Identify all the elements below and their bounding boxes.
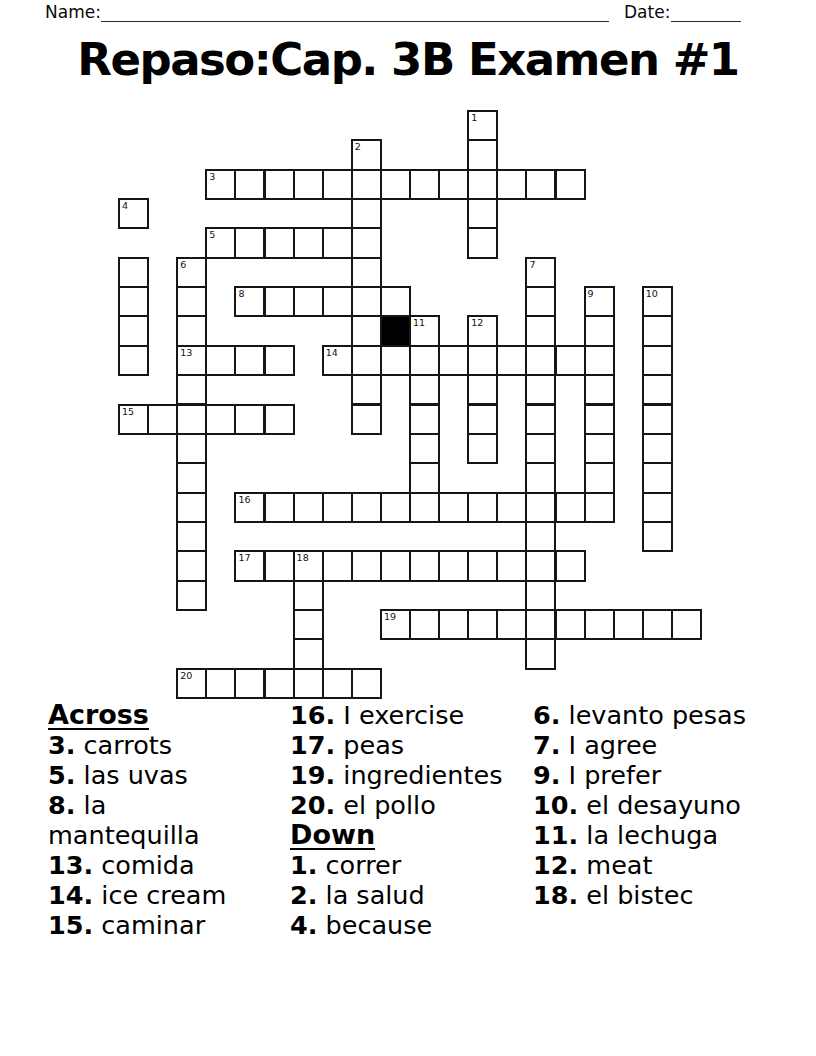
date-label: Date: — [624, 2, 670, 22]
grid-cell — [409, 404, 440, 435]
grid-cell — [322, 286, 353, 317]
grid-cell — [176, 550, 207, 581]
grid-cell — [205, 345, 236, 376]
cell-number: 12 — [471, 317, 483, 328]
grid-cell — [380, 345, 411, 376]
clue-item: 20. el pollo — [290, 790, 527, 820]
grid-cell — [409, 550, 440, 581]
grid-cell: 19 — [380, 609, 411, 640]
grid-cell — [467, 433, 498, 464]
clue-item: 13. comida — [48, 850, 240, 880]
grid-cell: 1 — [467, 110, 498, 141]
grid-cell — [642, 609, 673, 640]
grid-cell — [671, 609, 702, 640]
clue-item: 16. I exercise — [290, 700, 527, 730]
grid-cell — [409, 345, 440, 376]
grid-cell — [584, 492, 615, 523]
grid-cell — [293, 580, 324, 611]
grid-cell — [351, 374, 382, 405]
grid-cell — [525, 169, 556, 200]
grid-cell — [264, 404, 295, 435]
grid-cell — [409, 492, 440, 523]
grid-cell — [176, 492, 207, 523]
grid-cell — [351, 227, 382, 258]
cell-number: 8 — [238, 288, 244, 299]
worksheet-page: { "header": { "name_label": "Name:", "da… — [0, 0, 816, 1056]
grid-cell — [351, 404, 382, 435]
cell-number: 3 — [209, 171, 215, 182]
cell-number: 11 — [413, 317, 425, 328]
cell-number: 14 — [326, 347, 338, 358]
grid-cell — [525, 345, 556, 376]
grid-cell: 6 — [176, 257, 207, 288]
grid-cell: 8 — [234, 286, 265, 317]
cell-number: 7 — [529, 259, 535, 270]
clue-item: 7. I agree — [533, 730, 791, 760]
grid-cell — [642, 345, 673, 376]
grid-cell — [118, 345, 149, 376]
grid-cell — [234, 668, 265, 699]
grid-cell — [293, 169, 324, 200]
grid-cell — [642, 374, 673, 405]
grid-cell — [467, 139, 498, 170]
grid-cell: 15 — [118, 404, 149, 435]
clue-item: 12. meat — [533, 850, 791, 880]
grid-cell — [351, 668, 382, 699]
grid-cell — [555, 169, 586, 200]
grid-cell — [584, 433, 615, 464]
grid-cell — [525, 638, 556, 669]
cell-number: 15 — [122, 406, 134, 417]
grid-cell — [496, 550, 527, 581]
grid-cell: 7 — [525, 257, 556, 288]
grid-cell: 10 — [642, 286, 673, 317]
grid-cell — [176, 433, 207, 464]
name-label: Name: — [45, 2, 101, 22]
crossword-grid: 1234567891011121314151617181920 — [118, 110, 704, 701]
across-heading: Across — [48, 700, 240, 730]
grid-cell — [351, 198, 382, 229]
down-heading: Down — [290, 820, 527, 850]
grid-cell — [322, 550, 353, 581]
grid-cell — [438, 345, 469, 376]
grid-cell — [409, 609, 440, 640]
grid-cell — [205, 668, 236, 699]
grid-cell — [555, 609, 586, 640]
grid-cell — [351, 257, 382, 288]
grid-cell — [409, 374, 440, 405]
grid-cell — [351, 315, 382, 346]
cell-number: 13 — [180, 347, 192, 358]
grid-cell — [525, 404, 556, 435]
grid-cell — [293, 638, 324, 669]
grid-cell: 9 — [584, 286, 615, 317]
grid-cell — [584, 609, 615, 640]
grid-cell — [293, 668, 324, 699]
clue-item: 1. correr — [290, 850, 527, 880]
grid-cell — [234, 227, 265, 258]
clue-column-1: Across3. carrots5. las uvas8. la mantequ… — [48, 700, 240, 940]
grid-cell — [176, 580, 207, 611]
grid-cell: 11 — [409, 315, 440, 346]
grid-cell — [584, 345, 615, 376]
grid-cell — [467, 374, 498, 405]
cell-number: 2 — [355, 141, 361, 152]
grid-cell — [264, 345, 295, 376]
clue-item: 6. levanto pesas — [533, 700, 791, 730]
grid-cell — [467, 404, 498, 435]
grid-cell — [555, 550, 586, 581]
grid-cell — [322, 668, 353, 699]
grid-cell — [322, 169, 353, 200]
grid-cell — [525, 550, 556, 581]
grid-cell — [438, 169, 469, 200]
grid-cell — [467, 169, 498, 200]
grid-cell — [118, 286, 149, 317]
grid-cell — [118, 257, 149, 288]
cell-number: 16 — [238, 494, 250, 505]
grid-cell — [380, 550, 411, 581]
grid-cell — [176, 315, 207, 346]
grid-cell — [642, 492, 673, 523]
grid-cell — [555, 345, 586, 376]
grid-cell — [584, 374, 615, 405]
cell-number: 18 — [297, 552, 309, 563]
grid-cell — [438, 609, 469, 640]
grid-cell — [293, 286, 324, 317]
grid-cell — [584, 462, 615, 493]
grid-cell — [351, 550, 382, 581]
grid-cell — [525, 374, 556, 405]
clue-column-2: 16. I exercise17. peas19. ingredientes20… — [290, 700, 527, 940]
grid-cell — [409, 169, 440, 200]
grid-cell — [380, 286, 411, 317]
grid-cell — [467, 550, 498, 581]
clue-column-3: 6. levanto pesas7. I agree9. I prefer10.… — [533, 700, 791, 910]
clue-item: 14. ice cream — [48, 880, 240, 910]
grid-cell — [525, 580, 556, 611]
grid-cell: 20 — [176, 668, 207, 699]
grid-cell — [264, 286, 295, 317]
grid-cell — [525, 315, 556, 346]
grid-cell — [380, 169, 411, 200]
cell-number: 10 — [646, 288, 658, 299]
grid-cell: 16 — [234, 492, 265, 523]
grid-cell — [380, 492, 411, 523]
cell-number: 17 — [238, 552, 250, 563]
grid-cell — [525, 433, 556, 464]
grid-cell — [438, 492, 469, 523]
grid-cell — [176, 462, 207, 493]
grid-cell — [496, 492, 527, 523]
grid-cell — [525, 521, 556, 552]
grid-cell — [584, 315, 615, 346]
grid-cell: 12 — [467, 315, 498, 346]
grid-cell — [176, 521, 207, 552]
grid-cell — [467, 227, 498, 258]
grid-cell — [467, 198, 498, 229]
grid-cell — [147, 404, 178, 435]
clue-item: 2. la salud — [290, 880, 527, 910]
grid-cell: 17 — [234, 550, 265, 581]
grid-cell: 5 — [205, 227, 236, 258]
grid-cell — [176, 404, 207, 435]
grid-cell — [234, 404, 265, 435]
grid-cell — [409, 433, 440, 464]
cell-number: 1 — [471, 112, 477, 123]
grid-cell — [642, 315, 673, 346]
grid-cell — [438, 550, 469, 581]
grid-cell — [264, 227, 295, 258]
grid-cell: 14 — [322, 345, 353, 376]
grid-cell — [525, 492, 556, 523]
grid-cell — [642, 521, 673, 552]
grid-cell — [525, 286, 556, 317]
clue-item: 5. las uvas — [48, 760, 240, 790]
grid-cell: 13 — [176, 345, 207, 376]
clue-item: 9. I prefer — [533, 760, 791, 790]
clue-item: 3. carrots — [48, 730, 240, 760]
grid-cell — [351, 286, 382, 317]
grid-cell — [496, 345, 527, 376]
grid-cell — [555, 492, 586, 523]
grid-cell: 4 — [118, 198, 149, 229]
cell-number: 20 — [180, 670, 192, 681]
grid-cell — [293, 492, 324, 523]
grid-cell — [205, 404, 236, 435]
grid-cell — [409, 462, 440, 493]
grid-cell — [322, 492, 353, 523]
grid-cell: 2 — [351, 139, 382, 170]
grid-cell — [264, 492, 295, 523]
grid-cell — [525, 462, 556, 493]
grid-cell — [467, 609, 498, 640]
grid-cell — [351, 345, 382, 376]
grid-cell: 3 — [205, 169, 236, 200]
grid-cell — [642, 404, 673, 435]
clue-item: 4. because — [290, 910, 527, 940]
grid-cell — [642, 462, 673, 493]
clue-item: 15. caminar — [48, 910, 240, 940]
grid-cell — [613, 609, 644, 640]
grid-cell — [293, 227, 324, 258]
grid-cell — [351, 492, 382, 523]
cell-number: 4 — [122, 200, 128, 211]
black-cell — [380, 315, 411, 346]
cell-number: 5 — [209, 229, 215, 240]
clue-item: 11. la lechuga — [533, 820, 791, 850]
grid-cell — [525, 609, 556, 640]
clue-item: 17. peas — [290, 730, 527, 760]
grid-cell — [264, 668, 295, 699]
grid-cell — [642, 433, 673, 464]
clue-item: 8. la mantequilla — [48, 790, 240, 850]
grid-cell — [467, 492, 498, 523]
cell-number: 6 — [180, 259, 186, 270]
date-blank-line — [671, 3, 741, 22]
grid-cell — [264, 169, 295, 200]
name-blank-line — [101, 3, 609, 22]
grid-cell — [293, 609, 324, 640]
grid-cell — [496, 609, 527, 640]
grid-cell: 18 — [293, 550, 324, 581]
cell-number: 19 — [384, 611, 396, 622]
grid-cell — [467, 345, 498, 376]
clue-item: 10. el desayuno — [533, 790, 791, 820]
page-title: Repaso:Cap. 3B Examen #1 — [0, 33, 816, 86]
grid-cell — [496, 169, 527, 200]
grid-cell — [176, 374, 207, 405]
cell-number: 9 — [588, 288, 594, 299]
clue-item: 19. ingredientes — [290, 760, 527, 790]
grid-cell — [234, 345, 265, 376]
grid-cell — [351, 169, 382, 200]
grid-cell — [264, 550, 295, 581]
grid-cell — [118, 315, 149, 346]
grid-cell — [322, 227, 353, 258]
grid-cell — [176, 286, 207, 317]
grid-cell — [234, 169, 265, 200]
clue-item: 18. el bistec — [533, 880, 791, 910]
grid-cell — [584, 404, 615, 435]
